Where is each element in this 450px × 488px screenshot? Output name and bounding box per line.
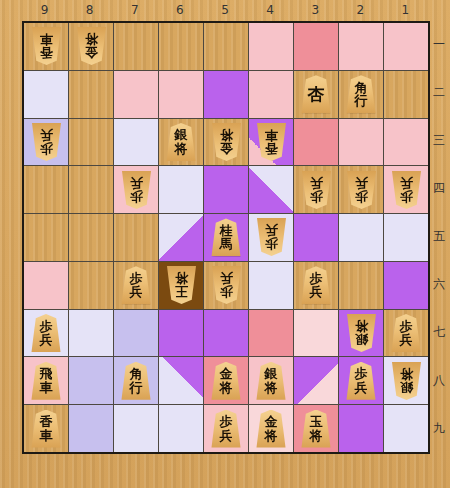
piece-kanji: 兵 — [355, 381, 368, 395]
file-label-3: 3 — [293, 1, 338, 19]
square-3-1[interactable] — [294, 23, 338, 70]
file-label-7: 7 — [112, 1, 157, 19]
square-9-3[interactable]: 歩兵 — [24, 119, 68, 166]
piece-gote-pawn[interactable]: 歩兵 — [210, 266, 243, 304]
piece-gote-silver[interactable]: 銀将 — [345, 314, 378, 352]
square-5-2[interactable] — [204, 71, 248, 118]
piece-kanji: 玉 — [310, 415, 323, 429]
shogi-board-app: 987654321 一二三四五六七八九 香車金将杏角行歩兵銀将金将香車歩兵歩兵歩… — [0, 0, 450, 488]
square-5-5[interactable]: 桂馬 — [204, 214, 248, 261]
piece-gote-gold[interactable]: 金将 — [210, 123, 243, 161]
file-label-9: 9 — [22, 1, 67, 19]
piece-gote-pawn[interactable]: 歩兵 — [30, 123, 63, 161]
piece-kanji: 将 — [265, 429, 278, 443]
square-5-9[interactable]: 歩兵 — [204, 405, 248, 452]
square-5-6[interactable]: 歩兵 — [204, 262, 248, 309]
rank-label-8: 八 — [428, 356, 450, 404]
square-1-9[interactable] — [384, 405, 428, 452]
square-3-3[interactable] — [294, 119, 338, 166]
piece-kanji: 銀 — [265, 367, 278, 381]
square-9-1[interactable]: 香車 — [24, 23, 68, 70]
piece-sente-promoted-lance[interactable]: 杏 — [300, 75, 333, 113]
piece-sente-bishop[interactable]: 角行 — [345, 75, 378, 113]
piece-sente-king[interactable]: 玉将 — [300, 410, 333, 448]
square-6-8[interactable] — [159, 357, 203, 404]
piece-sente-bishop[interactable]: 角行 — [120, 362, 153, 400]
piece-kanji: 杏 — [308, 85, 325, 103]
square-4-8[interactable]: 銀将 — [249, 357, 293, 404]
piece-kanji: 桂 — [220, 224, 233, 238]
square-1-1[interactable] — [384, 23, 428, 70]
square-1-4[interactable]: 歩兵 — [384, 166, 428, 213]
square-3-4[interactable]: 歩兵 — [294, 166, 338, 213]
square-7-5[interactable] — [114, 214, 158, 261]
piece-kanji: 角 — [355, 81, 368, 95]
piece-kanji: 歩 — [355, 190, 368, 204]
piece-kanji: 兵 — [40, 333, 53, 347]
square-9-8[interactable]: 飛車 — [24, 357, 68, 404]
piece-kanji: 歩 — [130, 272, 143, 286]
square-9-7[interactable]: 歩兵 — [24, 310, 68, 357]
square-7-8[interactable]: 角行 — [114, 357, 158, 404]
piece-gote-pawn[interactable]: 歩兵 — [345, 171, 378, 209]
piece-kanji: 兵 — [310, 176, 323, 190]
square-7-1[interactable] — [114, 23, 158, 70]
piece-kanji: 将 — [355, 320, 368, 334]
piece-sente-silver[interactable]: 銀将 — [255, 362, 288, 400]
piece-sente-rook[interactable]: 飛車 — [30, 362, 63, 400]
square-1-8[interactable]: 銀将 — [384, 357, 428, 404]
piece-kanji: 兵 — [265, 224, 278, 238]
piece-kanji: 歩 — [310, 190, 323, 204]
piece-kanji: 車 — [40, 33, 53, 47]
piece-gote-gold[interactable]: 金将 — [75, 27, 108, 65]
file-label-6: 6 — [157, 1, 202, 19]
piece-kanji: 兵 — [40, 128, 53, 142]
piece-kanji: 香 — [265, 142, 278, 156]
file-label-4: 4 — [248, 1, 293, 19]
square-7-2[interactable] — [114, 71, 158, 118]
piece-sente-pawn[interactable]: 歩兵 — [120, 266, 153, 304]
file-label-8: 8 — [67, 1, 112, 19]
piece-kanji: 兵 — [130, 285, 143, 299]
square-5-3[interactable]: 金将 — [204, 119, 248, 166]
piece-kanji: 行 — [355, 94, 368, 108]
square-6-1[interactable] — [159, 23, 203, 70]
piece-gote-silver[interactable]: 銀将 — [390, 362, 423, 400]
piece-kanji: 将 — [175, 272, 188, 286]
piece-kanji: 車 — [40, 429, 53, 443]
square-7-3[interactable] — [114, 119, 158, 166]
piece-sente-lance[interactable]: 香車 — [30, 410, 63, 448]
square-6-2[interactable] — [159, 71, 203, 118]
square-8-1[interactable]: 金将 — [69, 23, 113, 70]
square-1-2[interactable] — [384, 71, 428, 118]
file-label-1: 1 — [383, 1, 428, 19]
square-1-6[interactable] — [384, 262, 428, 309]
square-4-9[interactable]: 金将 — [249, 405, 293, 452]
square-8-7[interactable] — [69, 310, 113, 357]
piece-kanji: 飛 — [40, 367, 53, 381]
square-5-7[interactable] — [204, 310, 248, 357]
piece-kanji: 兵 — [400, 176, 413, 190]
square-8-9[interactable] — [69, 405, 113, 452]
piece-sente-pawn[interactable]: 歩兵 — [300, 266, 333, 304]
piece-kanji: 香 — [40, 46, 53, 60]
piece-kanji: 兵 — [400, 333, 413, 347]
square-8-5[interactable] — [69, 214, 113, 261]
piece-kanji: 将 — [265, 381, 278, 395]
piece-gote-lance[interactable]: 香車 — [255, 123, 288, 161]
square-4-5[interactable]: 歩兵 — [249, 214, 293, 261]
rank-label-2: 二 — [428, 69, 450, 117]
piece-sente-pawn[interactable]: 歩兵 — [390, 314, 423, 352]
piece-gote-pawn[interactable]: 歩兵 — [300, 171, 333, 209]
piece-kanji: 将 — [175, 142, 188, 156]
square-4-4[interactable] — [249, 166, 293, 213]
square-7-9[interactable] — [114, 405, 158, 452]
square-6-7[interactable] — [159, 310, 203, 357]
square-5-4[interactable] — [204, 166, 248, 213]
rank-label-6: 六 — [428, 260, 450, 308]
piece-sente-gold[interactable]: 金将 — [210, 362, 243, 400]
shogi-board: 香車金将杏角行歩兵銀将金将香車歩兵歩兵歩兵歩兵桂馬歩兵歩兵王将歩兵歩兵歩兵銀将歩… — [22, 21, 430, 454]
piece-kanji: 車 — [265, 128, 278, 142]
square-6-6[interactable]: 王将 — [159, 262, 203, 309]
piece-kanji: 金 — [265, 415, 278, 429]
piece-gote-king[interactable]: 王将 — [165, 266, 198, 304]
piece-sente-knight[interactable]: 桂馬 — [210, 218, 243, 256]
square-1-7[interactable]: 歩兵 — [384, 310, 428, 357]
piece-kanji: 馬 — [220, 237, 233, 251]
square-3-6[interactable]: 歩兵 — [294, 262, 338, 309]
piece-sente-gold[interactable]: 金将 — [255, 410, 288, 448]
piece-kanji: 歩 — [220, 415, 233, 429]
piece-kanji: 兵 — [310, 285, 323, 299]
rank-label-4: 四 — [428, 165, 450, 213]
piece-kanji: 歩 — [400, 320, 413, 334]
square-8-3[interactable] — [69, 119, 113, 166]
piece-sente-silver[interactable]: 銀将 — [165, 123, 198, 161]
square-7-6[interactable]: 歩兵 — [114, 262, 158, 309]
rank-label-5: 五 — [428, 213, 450, 261]
piece-kanji: 歩 — [310, 272, 323, 286]
square-9-6[interactable] — [24, 262, 68, 309]
piece-kanji: 将 — [220, 128, 233, 142]
square-8-4[interactable] — [69, 166, 113, 213]
rank-labels: 一二三四五六七八九 — [428, 21, 450, 452]
square-5-8[interactable]: 金将 — [204, 357, 248, 404]
square-6-9[interactable] — [159, 405, 203, 452]
piece-kanji: 香 — [40, 415, 53, 429]
piece-kanji: 将 — [85, 33, 98, 47]
piece-gote-pawn[interactable]: 歩兵 — [390, 171, 423, 209]
piece-kanji: 将 — [220, 381, 233, 395]
piece-kanji: 車 — [40, 381, 53, 395]
square-7-7[interactable] — [114, 310, 158, 357]
piece-kanji: 行 — [130, 381, 143, 395]
piece-sente-pawn[interactable]: 歩兵 — [345, 362, 378, 400]
square-8-8[interactable] — [69, 357, 113, 404]
piece-sente-pawn[interactable]: 歩兵 — [30, 314, 63, 352]
piece-kanji: 歩 — [265, 237, 278, 251]
square-3-7[interactable] — [294, 310, 338, 357]
square-2-8[interactable]: 歩兵 — [339, 357, 383, 404]
square-4-3[interactable]: 香車 — [249, 119, 293, 166]
square-9-9[interactable]: 香車 — [24, 405, 68, 452]
square-4-2[interactable] — [249, 71, 293, 118]
square-4-6[interactable] — [249, 262, 293, 309]
rank-label-3: 三 — [428, 117, 450, 165]
piece-sente-pawn[interactable]: 歩兵 — [210, 410, 243, 448]
piece-kanji: 将 — [400, 367, 413, 381]
square-9-4[interactable] — [24, 166, 68, 213]
piece-gote-pawn[interactable]: 歩兵 — [255, 218, 288, 256]
piece-kanji: 銀 — [400, 381, 413, 395]
piece-kanji: 歩 — [400, 190, 413, 204]
piece-kanji: 兵 — [355, 176, 368, 190]
rank-label-1: 一 — [428, 21, 450, 69]
square-3-2[interactable]: 杏 — [294, 71, 338, 118]
square-7-4[interactable]: 歩兵 — [114, 166, 158, 213]
square-6-5[interactable] — [159, 214, 203, 261]
square-2-6[interactable] — [339, 262, 383, 309]
square-4-7[interactable] — [249, 310, 293, 357]
piece-kanji: 金 — [220, 367, 233, 381]
square-1-5[interactable] — [384, 214, 428, 261]
square-6-3[interactable]: 銀将 — [159, 119, 203, 166]
square-4-1[interactable] — [249, 23, 293, 70]
square-2-2[interactable]: 角行 — [339, 71, 383, 118]
square-5-1[interactable] — [204, 23, 248, 70]
square-9-5[interactable] — [24, 214, 68, 261]
piece-kanji: 角 — [130, 367, 143, 381]
square-3-5[interactable] — [294, 214, 338, 261]
piece-kanji: 歩 — [220, 285, 233, 299]
square-2-4[interactable]: 歩兵 — [339, 166, 383, 213]
rank-label-7: 七 — [428, 308, 450, 356]
piece-kanji: 歩 — [130, 190, 143, 204]
file-label-5: 5 — [202, 1, 247, 19]
piece-kanji: 歩 — [40, 142, 53, 156]
square-3-9[interactable]: 玉将 — [294, 405, 338, 452]
file-labels: 987654321 — [22, 1, 428, 19]
square-2-1[interactable] — [339, 23, 383, 70]
square-2-9[interactable] — [339, 405, 383, 452]
piece-kanji: 金 — [85, 46, 98, 60]
piece-gote-pawn[interactable]: 歩兵 — [120, 171, 153, 209]
square-2-3[interactable] — [339, 119, 383, 166]
piece-gote-lance[interactable]: 香車 — [30, 27, 63, 65]
square-9-2[interactable] — [24, 71, 68, 118]
piece-kanji: 金 — [220, 142, 233, 156]
square-2-5[interactable] — [339, 214, 383, 261]
piece-kanji: 銀 — [175, 128, 188, 142]
piece-kanji: 歩 — [40, 320, 53, 334]
square-6-4[interactable] — [159, 166, 203, 213]
piece-kanji: 兵 — [220, 272, 233, 286]
square-8-2[interactable] — [69, 71, 113, 118]
piece-kanji: 銀 — [355, 333, 368, 347]
piece-kanji: 将 — [310, 429, 323, 443]
piece-kanji: 兵 — [130, 176, 143, 190]
square-1-3[interactable] — [384, 119, 428, 166]
rank-label-9: 九 — [428, 404, 450, 452]
piece-kanji: 兵 — [220, 429, 233, 443]
square-2-7[interactable]: 銀将 — [339, 310, 383, 357]
file-label-2: 2 — [338, 1, 383, 19]
piece-kanji: 歩 — [355, 367, 368, 381]
piece-kanji: 王 — [175, 285, 188, 299]
square-8-6[interactable] — [69, 262, 113, 309]
square-3-8[interactable] — [294, 357, 338, 404]
